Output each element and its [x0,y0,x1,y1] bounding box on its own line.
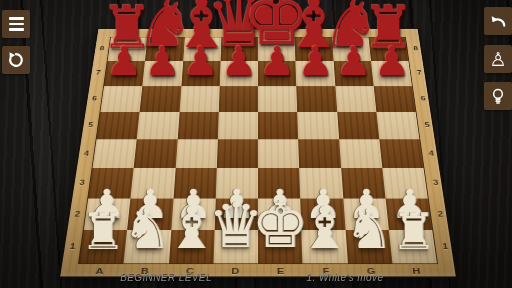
square-e4[interactable] [258,139,299,168]
square-h6[interactable] [373,86,415,112]
square-d5[interactable] [218,112,258,139]
square-e5[interactable] [258,112,298,139]
square-d6[interactable] [219,86,258,112]
piece-red-p-b7[interactable]: ♟ [144,41,180,81]
piece-red-p-c7[interactable]: ♟ [183,41,219,81]
rank-label-3: 3 [429,179,443,186]
square-f4[interactable] [298,139,340,168]
rank-label-7: 7 [92,70,105,76]
square-g5[interactable] [337,112,379,139]
piece-red-p-a7[interactable]: ♟ [106,41,142,81]
piece-red-p-e7[interactable]: ♟ [259,41,295,81]
piece-white-n-g1[interactable]: ♞ [345,203,393,257]
pawn-icon: ♙ [489,50,506,69]
square-a5[interactable] [97,112,140,139]
piece-white-b-f1[interactable]: ♝ [299,199,351,257]
rank-label-7: 7 [413,70,426,76]
flip-board-button[interactable] [2,46,30,74]
square-h4[interactable] [379,139,423,168]
square-g4[interactable] [339,139,382,168]
file-label-d: D [225,266,245,275]
rank-label-1: 1 [438,243,453,251]
square-c6[interactable] [179,86,219,112]
rank-label-5: 5 [421,122,434,129]
square-g6[interactable] [335,86,376,112]
piece-red-p-g7[interactable]: ♟ [336,41,372,81]
app-screen: 8877665544332211ABCDEFGH ♜♞♝♛♚♝♞♜♟♟♟♟♟♟♟… [0,0,512,288]
piece-white-r-a1[interactable]: ♜ [80,207,125,257]
square-a6[interactable] [100,86,142,112]
piece-white-r-h1[interactable]: ♜ [391,207,436,257]
square-h5[interactable] [376,112,419,139]
piece-red-p-h7[interactable]: ♟ [374,41,410,81]
lightbulb-icon [488,86,508,106]
rank-label-4: 4 [425,150,439,157]
file-label-a: A [89,266,110,275]
square-c5[interactable] [177,112,218,139]
square-c4[interactable] [175,139,217,168]
square-b4[interactable] [134,139,177,168]
square-e6[interactable] [258,86,297,112]
piece-white-n-b1[interactable]: ♞ [123,203,171,257]
undo-button[interactable] [484,7,512,35]
piece-red-p-d7[interactable]: ♟ [221,41,257,81]
file-label-e: E [271,266,291,275]
hamburger-icon [9,17,24,31]
rank-label-5: 5 [84,122,97,129]
rotate-ccw-icon [6,50,26,70]
piece-red-p-f7[interactable]: ♟ [297,41,333,81]
level-label: BEGINNER LEVEL [120,272,212,283]
square-b5[interactable] [137,112,179,139]
undo-arrow-icon [488,11,508,31]
square-a4[interactable] [92,139,136,168]
piece-set-button[interactable]: ♙ [484,45,512,73]
hint-button[interactable] [484,82,512,110]
rank-label-6: 6 [417,95,430,101]
file-label-h: H [406,266,427,275]
rank-label-3: 3 [75,179,89,186]
move-status-label: 1. White's move [307,272,384,283]
rank-label-6: 6 [88,95,101,101]
rank-label-1: 1 [65,243,80,251]
rank-label-4: 4 [80,150,94,157]
menu-button[interactable] [2,10,30,38]
square-d4[interactable] [217,139,258,168]
square-b6[interactable] [140,86,181,112]
square-f5[interactable] [297,112,338,139]
square-f6[interactable] [296,86,336,112]
